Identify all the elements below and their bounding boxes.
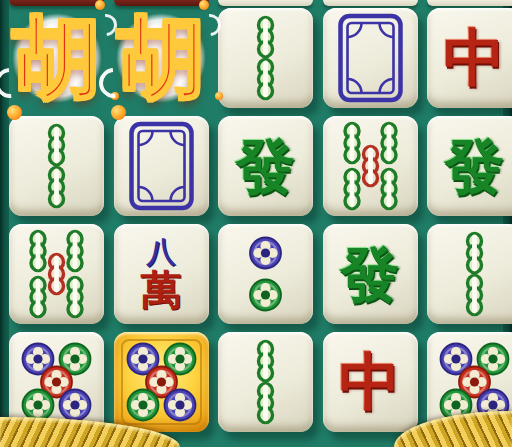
tile-characters-8[interactable]: 八萬 <box>114 224 209 324</box>
tile-bamboo-2[interactable] <box>218 332 313 432</box>
tile-bamboo-5[interactable] <box>9 224 104 324</box>
green-dragon-glyph: 發 <box>236 136 296 196</box>
tile-dots-2[interactable] <box>218 224 313 324</box>
tile-white-dragon[interactable] <box>114 116 209 216</box>
matched-empty-cell <box>114 8 209 108</box>
board-background: 胡胡中發發八萬發中 <box>0 0 512 447</box>
tile-red-dragon[interactable]: 中 <box>323 332 418 432</box>
bamboo-icon <box>218 332 313 432</box>
cropped-tile-row-sliver <box>427 0 512 6</box>
cropped-tile-row-sliver <box>9 0 104 6</box>
cropped-tile-row-sliver <box>323 0 418 6</box>
white-dragon-frame-icon <box>114 116 209 216</box>
tile-red-dragon[interactable]: 中 <box>427 8 512 108</box>
tile-bamboo-2[interactable] <box>427 224 512 324</box>
bamboo-icon <box>9 116 104 216</box>
red-dragon-glyph: 中 <box>444 27 506 89</box>
tile-green-dragon[interactable]: 發 <box>218 116 313 216</box>
green-dragon-glyph: 發 <box>445 136 505 196</box>
bamboo-icon <box>323 116 418 216</box>
dot-circle-icon <box>218 224 313 324</box>
tile-bamboo-2[interactable] <box>218 8 313 108</box>
bamboo-icon <box>9 224 104 324</box>
tile-green-dragon[interactable]: 發 <box>323 224 418 324</box>
dot-circle-icon <box>114 332 209 432</box>
white-dragon-frame-icon <box>323 8 418 108</box>
left-frame-edge <box>0 0 9 447</box>
bamboo-icon <box>218 8 313 108</box>
cropped-tile-row-sliver <box>218 0 313 6</box>
wan-glyph: 萬 <box>141 270 182 311</box>
tile-bamboo-5[interactable] <box>323 116 418 216</box>
cropped-tile-row-sliver <box>114 0 209 6</box>
tile-dots-5[interactable] <box>114 332 209 432</box>
tile-white-dragon[interactable] <box>323 8 418 108</box>
red-dragon-glyph: 中 <box>339 351 401 413</box>
tile-bamboo-2[interactable] <box>9 116 104 216</box>
tile-green-dragon[interactable]: 發 <box>427 116 512 216</box>
bamboo-icon <box>427 224 512 324</box>
matched-empty-cell <box>9 8 104 108</box>
eight-glyph: 八 <box>147 238 176 267</box>
green-dragon-glyph: 發 <box>340 244 400 304</box>
